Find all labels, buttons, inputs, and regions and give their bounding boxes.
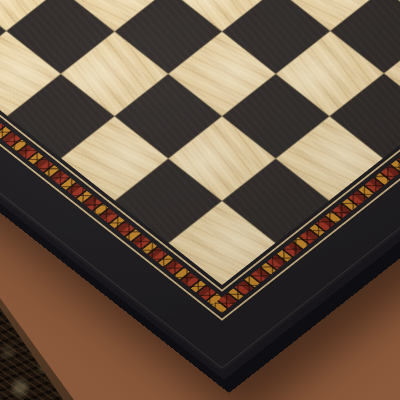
photo-stage: [0, 0, 400, 400]
table-surface: [0, 0, 400, 400]
